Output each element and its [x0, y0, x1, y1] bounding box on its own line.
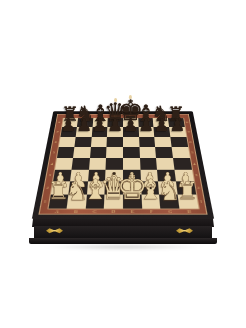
square-e4	[123, 158, 140, 169]
coord-label: 2	[193, 182, 203, 195]
coord-label: A	[63, 114, 78, 118]
square-f6	[139, 137, 156, 147]
coord-label: F	[138, 114, 153, 118]
square-a3	[53, 169, 72, 181]
coord-label: D	[108, 114, 123, 118]
square-e8	[123, 118, 138, 127]
square-g7	[154, 127, 171, 137]
coord-label: 6	[186, 137, 195, 147]
square-d1	[104, 194, 123, 208]
coord-label: 7	[184, 127, 193, 137]
coord-label: 5	[188, 147, 197, 158]
square-c5	[90, 147, 107, 158]
coord-label: G	[160, 208, 180, 214]
light-finial	[114, 98, 117, 102]
square-f4	[140, 158, 158, 169]
coord-label: 8	[183, 118, 191, 127]
coord-label: E	[123, 208, 142, 214]
square-d4	[106, 158, 123, 169]
square-g4	[156, 158, 174, 169]
square-g1	[159, 194, 179, 208]
square-b6	[74, 137, 91, 147]
square-c1	[86, 194, 105, 208]
square-b8	[77, 118, 93, 127]
square-g2	[158, 182, 177, 195]
square-g6	[154, 137, 171, 147]
square-h6	[170, 137, 187, 147]
square-a2	[50, 182, 70, 195]
square-e1	[123, 194, 142, 208]
square-b3	[70, 169, 89, 181]
square-d2	[105, 182, 123, 195]
square-c3	[88, 169, 106, 181]
square-g5	[155, 147, 173, 158]
square-e3	[123, 169, 141, 181]
square-f2	[141, 182, 160, 195]
coord-label: E	[123, 114, 138, 118]
square-h3	[174, 169, 193, 181]
square-e6	[123, 137, 139, 147]
coord-label: F	[142, 208, 161, 214]
square-d6	[107, 137, 123, 147]
square-b5	[73, 147, 91, 158]
square-b1	[67, 194, 87, 208]
square-h5	[172, 147, 190, 158]
square-d3	[105, 169, 123, 181]
square-a7	[60, 127, 77, 137]
square-g8	[153, 118, 169, 127]
product-photo: ABCDEFGH ABCDEFGH 87654321 87654321 ♜♞♝♛…	[0, 0, 246, 328]
square-d8	[108, 118, 123, 127]
square-c2	[87, 182, 106, 195]
coord-label: D	[104, 208, 123, 214]
coord-label: B	[78, 114, 93, 118]
ground-shadow	[42, 244, 205, 250]
board-squares	[48, 118, 198, 208]
files-labels-far: ABCDEFGH	[63, 114, 183, 118]
square-c7	[92, 127, 108, 137]
square-h7	[169, 127, 186, 137]
coord-label: 3	[191, 169, 201, 181]
square-c4	[89, 158, 107, 169]
coord-label: H	[167, 114, 182, 118]
square-a8	[62, 118, 78, 127]
square-h1	[177, 194, 197, 208]
square-f5	[139, 147, 156, 158]
square-f3	[140, 169, 158, 181]
square-e7	[123, 127, 139, 137]
square-b4	[72, 158, 90, 169]
coord-label: 1	[196, 194, 207, 208]
square-b2	[69, 182, 88, 195]
square-h4	[173, 158, 192, 169]
square-d7	[107, 127, 123, 137]
square-d5	[106, 147, 123, 158]
coord-label: H	[179, 208, 199, 214]
square-a6	[58, 137, 75, 147]
light-finial	[129, 95, 132, 99]
square-h8	[168, 118, 184, 127]
square-a1	[48, 194, 68, 208]
square-f8	[138, 118, 154, 127]
square-c8	[92, 118, 108, 127]
square-f1	[141, 194, 160, 208]
square-h2	[176, 182, 196, 195]
coord-label: B	[66, 208, 86, 214]
coord-label: G	[153, 114, 168, 118]
coord-label: A	[47, 208, 67, 214]
square-g3	[157, 169, 176, 181]
square-f7	[138, 127, 154, 137]
coord-label: 4	[190, 158, 200, 169]
files-labels-near: ABCDEFGH	[47, 208, 199, 214]
chess-board: ABCDEFGH ABCDEFGH 87654321 87654321	[32, 111, 214, 219]
box-base	[29, 238, 217, 244]
square-c6	[91, 137, 108, 147]
square-e5	[123, 147, 140, 158]
square-a4	[55, 158, 74, 169]
coord-label: C	[85, 208, 104, 214]
square-a5	[57, 147, 75, 158]
square-b7	[76, 127, 93, 137]
coord-label: C	[93, 114, 108, 118]
square-e2	[123, 182, 141, 195]
